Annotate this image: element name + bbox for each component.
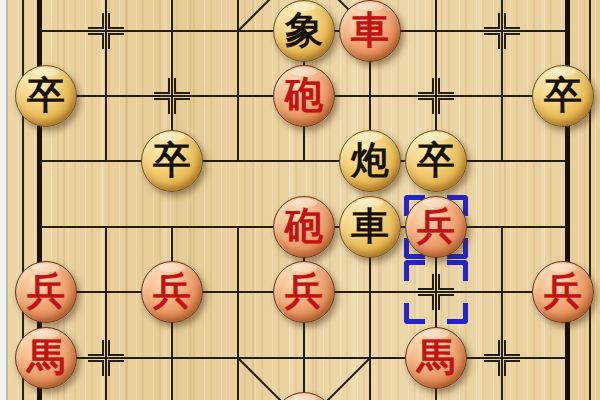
piece-red-soldier-c6[interactable]: 兵 bbox=[141, 261, 203, 323]
point-marker-corner bbox=[504, 33, 520, 49]
point-marker-corner bbox=[504, 360, 520, 376]
point-marker-c3 bbox=[154, 78, 190, 114]
point-marker-corner bbox=[88, 360, 104, 376]
point-marker-corner bbox=[484, 33, 500, 49]
point-marker-corner bbox=[484, 340, 500, 356]
point-marker-corner bbox=[108, 13, 124, 29]
point-marker-corner bbox=[418, 78, 434, 94]
board-border-right bbox=[565, 0, 570, 400]
piece-red-cannon-e3[interactable]: 砲 bbox=[273, 65, 335, 127]
piece-red-soldier-a6[interactable]: 兵 bbox=[15, 261, 77, 323]
bracket-corner bbox=[404, 303, 425, 324]
point-marker-corner bbox=[108, 360, 124, 376]
point-marker-b7 bbox=[88, 340, 124, 376]
outer-frame-right bbox=[589, 0, 591, 400]
xiangqi-board[interactable]: 象車卒砲卒卒炮卒砲車兵兵兵兵兵馬馬 bbox=[0, 0, 600, 400]
piece-black-cannon-f4[interactable]: 炮 bbox=[339, 130, 401, 192]
point-marker-corner bbox=[174, 78, 190, 94]
red-palace-diagonal-right bbox=[325, 357, 370, 400]
point-marker-corner bbox=[174, 98, 190, 114]
bracket-corner bbox=[447, 303, 468, 324]
piece-black-soldier-g4[interactable]: 卒 bbox=[405, 130, 467, 192]
piece-red-horse-g7[interactable]: 馬 bbox=[405, 327, 467, 389]
piece-black-soldier-a3[interactable]: 卒 bbox=[15, 65, 77, 127]
bracket-corner bbox=[447, 260, 468, 281]
bracket-corner bbox=[404, 260, 425, 281]
point-marker-corner bbox=[504, 340, 520, 356]
board-left-edge bbox=[0, 0, 8, 400]
file-line-d-top bbox=[237, 0, 239, 162]
point-marker-corner bbox=[418, 98, 434, 114]
point-marker-corner bbox=[484, 13, 500, 29]
piece-red-soldier-e6[interactable]: 兵 bbox=[273, 261, 335, 323]
point-marker-corner bbox=[438, 78, 454, 94]
piece-red-horse-a7[interactable]: 馬 bbox=[15, 327, 77, 389]
point-marker-corner bbox=[108, 340, 124, 356]
point-marker-corner bbox=[504, 13, 520, 29]
piece-unidentified-red-piece-cut-off-e8[interactable] bbox=[273, 392, 335, 400]
point-marker-corner bbox=[154, 78, 170, 94]
black-palace-diagonal-left bbox=[237, 0, 271, 32]
piece-red-chariot-f2[interactable]: 車 bbox=[339, 0, 401, 62]
red-palace-diagonal-left bbox=[237, 357, 282, 400]
point-marker-h7 bbox=[484, 340, 520, 376]
last-move-origin-bracket bbox=[404, 260, 468, 324]
point-marker-g3 bbox=[418, 78, 454, 114]
point-marker-corner bbox=[88, 13, 104, 29]
point-marker-corner bbox=[438, 98, 454, 114]
point-marker-h2 bbox=[484, 13, 520, 49]
point-marker-corner bbox=[108, 33, 124, 49]
piece-red-soldier-g5[interactable]: 兵 bbox=[405, 196, 467, 258]
piece-black-elephant-e2[interactable]: 象 bbox=[273, 0, 335, 62]
piece-black-chariot-f5[interactable]: 車 bbox=[339, 196, 401, 258]
point-marker-corner bbox=[88, 33, 104, 49]
point-marker-corner bbox=[154, 98, 170, 114]
piece-black-soldier-i3[interactable]: 卒 bbox=[532, 65, 594, 127]
point-marker-b2 bbox=[88, 13, 124, 49]
file-line-d-bottom bbox=[237, 226, 239, 400]
piece-red-soldier-i6[interactable]: 兵 bbox=[532, 261, 594, 323]
piece-black-soldier-c4[interactable]: 卒 bbox=[141, 130, 203, 192]
piece-red-cannon-e5[interactable]: 砲 bbox=[273, 196, 335, 258]
point-marker-corner bbox=[88, 340, 104, 356]
point-marker-corner bbox=[484, 360, 500, 376]
